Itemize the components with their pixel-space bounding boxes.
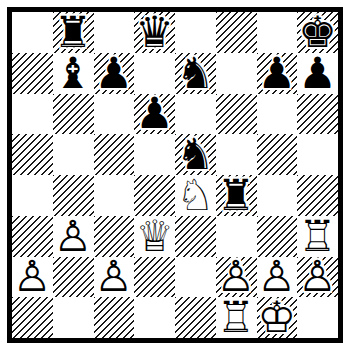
square-d4[interactable] <box>134 175 175 216</box>
black-pawn-fill-layer: ♟ <box>257 53 298 94</box>
piece-white-queen: ♕ <box>134 216 175 257</box>
white-pawn-fill-layer: ♟ <box>94 257 135 298</box>
square-b6[interactable] <box>53 94 94 135</box>
square-e6[interactable] <box>175 94 216 135</box>
square-a6[interactable] <box>12 94 53 135</box>
black-rook-fill-layer: ♜ <box>216 175 257 216</box>
piece-black-rook: ♜ <box>53 12 94 53</box>
square-d1[interactable] <box>134 297 175 338</box>
piece-white-pawn: ♙ <box>216 257 257 298</box>
piece-black-bishop: ♝ <box>53 53 94 94</box>
square-e7[interactable]: ♞♞ <box>175 53 216 94</box>
square-d6[interactable]: ♟♟ <box>134 94 175 135</box>
piece-black-pawn: ♟ <box>94 53 135 94</box>
square-a7[interactable] <box>12 53 53 94</box>
piece-white-pawn: ♙ <box>94 257 135 298</box>
square-g7[interactable]: ♟♟ <box>257 53 298 94</box>
square-b2[interactable] <box>53 257 94 298</box>
square-f4[interactable]: ♜♜ <box>216 175 257 216</box>
white-knight-fill-layer: ♞ <box>175 175 216 216</box>
black-knight-fill-layer: ♞ <box>175 53 216 94</box>
square-a2[interactable]: ♟♙ <box>12 257 53 298</box>
square-g5[interactable] <box>257 134 298 175</box>
white-pawn-fill-layer: ♟ <box>12 257 53 298</box>
white-queen-fill-layer: ♛ <box>134 216 175 257</box>
black-knight-fill-layer: ♞ <box>175 134 216 175</box>
piece-black-pawn: ♟ <box>297 53 338 94</box>
square-c1[interactable] <box>94 297 135 338</box>
piece-black-knight: ♞ <box>175 134 216 175</box>
square-d2[interactable] <box>134 257 175 298</box>
white-pawn-fill-layer: ♟ <box>53 216 94 257</box>
square-c5[interactable] <box>94 134 135 175</box>
square-b8[interactable]: ♜♜ <box>53 12 94 53</box>
square-b5[interactable] <box>53 134 94 175</box>
square-c2[interactable]: ♟♙ <box>94 257 135 298</box>
square-e1[interactable] <box>175 297 216 338</box>
white-rook-fill-layer: ♜ <box>297 216 338 257</box>
square-f8[interactable] <box>216 12 257 53</box>
black-pawn-fill-layer: ♟ <box>134 94 175 135</box>
black-rook-fill-layer: ♜ <box>53 12 94 53</box>
piece-white-pawn: ♙ <box>53 216 94 257</box>
black-pawn-fill-layer: ♟ <box>297 53 338 94</box>
piece-white-knight: ♘ <box>175 175 216 216</box>
square-d7[interactable] <box>134 53 175 94</box>
square-b3[interactable]: ♟♙ <box>53 216 94 257</box>
square-d8[interactable]: ♛♛ <box>134 12 175 53</box>
white-pawn-fill-layer: ♟ <box>257 257 298 298</box>
square-e4[interactable]: ♞♘ <box>175 175 216 216</box>
square-g4[interactable] <box>257 175 298 216</box>
square-g8[interactable] <box>257 12 298 53</box>
piece-black-rook: ♜ <box>216 175 257 216</box>
square-a5[interactable] <box>12 134 53 175</box>
square-c7[interactable]: ♟♟ <box>94 53 135 94</box>
square-g2[interactable]: ♟♙ <box>257 257 298 298</box>
square-f6[interactable] <box>216 94 257 135</box>
chess-diagram-page: { "game": "chess", "position": { "fen": … <box>0 0 350 350</box>
square-h8[interactable]: ♚♚ <box>297 12 338 53</box>
piece-white-pawn: ♙ <box>297 257 338 298</box>
black-bishop-fill-layer: ♝ <box>53 53 94 94</box>
square-a3[interactable] <box>12 216 53 257</box>
square-f3[interactable] <box>216 216 257 257</box>
square-c8[interactable] <box>94 12 135 53</box>
square-h2[interactable]: ♟♙ <box>297 257 338 298</box>
piece-black-pawn: ♟ <box>257 53 298 94</box>
square-c3[interactable] <box>94 216 135 257</box>
square-h3[interactable]: ♜♖ <box>297 216 338 257</box>
square-b7[interactable]: ♝♝ <box>53 53 94 94</box>
white-rook-fill-layer: ♜ <box>216 297 257 338</box>
square-c6[interactable] <box>94 94 135 135</box>
piece-white-pawn: ♙ <box>257 257 298 298</box>
square-h4[interactable] <box>297 175 338 216</box>
white-king-fill-layer: ♚ <box>257 297 298 338</box>
square-g3[interactable] <box>257 216 298 257</box>
piece-white-rook: ♖ <box>216 297 257 338</box>
square-b4[interactable] <box>53 175 94 216</box>
square-g6[interactable] <box>257 94 298 135</box>
square-e3[interactable] <box>175 216 216 257</box>
white-pawn-fill-layer: ♟ <box>216 257 257 298</box>
square-f5[interactable] <box>216 134 257 175</box>
piece-white-king: ♔ <box>257 297 298 338</box>
square-h1[interactable] <box>297 297 338 338</box>
piece-black-knight: ♞ <box>175 53 216 94</box>
white-pawn-fill-layer: ♟ <box>297 257 338 298</box>
square-d5[interactable] <box>134 134 175 175</box>
square-c4[interactable] <box>94 175 135 216</box>
square-a1[interactable] <box>12 297 53 338</box>
black-king-fill-layer: ♚ <box>297 12 338 53</box>
square-h6[interactable] <box>297 94 338 135</box>
piece-black-pawn: ♟ <box>134 94 175 135</box>
square-e2[interactable] <box>175 257 216 298</box>
square-a4[interactable] <box>12 175 53 216</box>
square-f1[interactable]: ♜♖ <box>216 297 257 338</box>
square-e5[interactable]: ♞♞ <box>175 134 216 175</box>
chess-board-frame: ♜♜♛♛♚♚♝♝♟♟♞♞♟♟♟♟♟♟♞♞♞♘♜♜♟♙♛♕♜♖♟♙♟♙♟♙♟♙♟♙… <box>7 7 343 343</box>
piece-white-pawn: ♙ <box>12 257 53 298</box>
piece-white-rook: ♖ <box>297 216 338 257</box>
square-e8[interactable] <box>175 12 216 53</box>
square-f7[interactable] <box>216 53 257 94</box>
square-f2[interactable]: ♟♙ <box>216 257 257 298</box>
black-pawn-fill-layer: ♟ <box>94 53 135 94</box>
square-d3[interactable]: ♛♕ <box>134 216 175 257</box>
square-h5[interactable] <box>297 134 338 175</box>
piece-black-queen: ♛ <box>134 12 175 53</box>
square-b1[interactable] <box>53 297 94 338</box>
chess-board: ♜♜♛♛♚♚♝♝♟♟♞♞♟♟♟♟♟♟♞♞♞♘♜♜♟♙♛♕♜♖♟♙♟♙♟♙♟♙♟♙… <box>12 12 338 338</box>
black-queen-fill-layer: ♛ <box>134 12 175 53</box>
square-h7[interactable]: ♟♟ <box>297 53 338 94</box>
square-g1[interactable]: ♚♔ <box>257 297 298 338</box>
square-a8[interactable] <box>12 12 53 53</box>
piece-black-king: ♚ <box>297 12 338 53</box>
